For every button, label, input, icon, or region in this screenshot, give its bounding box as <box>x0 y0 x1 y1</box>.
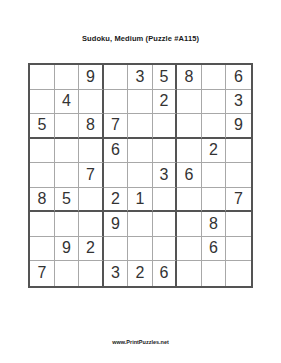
cell-r7c5-empty[interactable] <box>128 212 153 237</box>
cell-r2c1-empty[interactable] <box>30 90 55 115</box>
cell-r9c5-given: 2 <box>128 261 153 286</box>
cell-r2c9-given: 3 <box>226 90 251 115</box>
cell-r6c7-empty[interactable] <box>177 188 202 213</box>
cell-r3c7-empty[interactable] <box>177 114 202 139</box>
cell-r5c9-empty[interactable] <box>226 163 251 188</box>
cell-r4c5-empty[interactable] <box>128 139 153 164</box>
cell-r2c6-given: 2 <box>153 90 178 115</box>
cell-r2c4-empty[interactable] <box>104 90 129 115</box>
cell-r3c9-given: 9 <box>226 114 251 139</box>
cell-r3c5-empty[interactable] <box>128 114 153 139</box>
cell-r9c7-empty[interactable] <box>177 261 202 286</box>
cell-r8c4-empty[interactable] <box>104 237 129 262</box>
cell-r8c3-given: 2 <box>79 237 104 262</box>
cell-r1c3-given: 9 <box>79 65 104 90</box>
cell-r7c1-empty[interactable] <box>30 212 55 237</box>
cell-r5c8-empty[interactable] <box>202 163 227 188</box>
cell-r8c1-empty[interactable] <box>30 237 55 262</box>
cell-r1c8-empty[interactable] <box>202 65 227 90</box>
cell-r1c5-given: 3 <box>128 65 153 90</box>
cell-r8c7-empty[interactable] <box>177 237 202 262</box>
cell-r5c2-empty[interactable] <box>55 163 80 188</box>
cell-r8c8-given: 6 <box>202 237 227 262</box>
cell-r3c6-empty[interactable] <box>153 114 178 139</box>
cell-r4c7-empty[interactable] <box>177 139 202 164</box>
cell-r9c9-empty[interactable] <box>226 261 251 286</box>
cell-r7c9-empty[interactable] <box>226 212 251 237</box>
cell-r6c8-empty[interactable] <box>202 188 227 213</box>
cell-r4c1-empty[interactable] <box>30 139 55 164</box>
cell-r6c4-given: 2 <box>104 188 129 213</box>
cell-r5c3-given: 7 <box>79 163 104 188</box>
cell-r5c7-given: 6 <box>177 163 202 188</box>
cell-r1c1-empty[interactable] <box>30 65 55 90</box>
cell-r7c4-given: 9 <box>104 212 129 237</box>
cell-r7c8-given: 8 <box>202 212 227 237</box>
puzzle-page: Sudoku, Medium (Puzzle #A115) 9358642358… <box>0 0 281 363</box>
cell-r6c1-given: 8 <box>30 188 55 213</box>
cell-r7c7-empty[interactable] <box>177 212 202 237</box>
footer-url: www.PrintPuzzles.net <box>0 339 281 345</box>
cell-r1c2-empty[interactable] <box>55 65 80 90</box>
cell-r9c6-given: 6 <box>153 261 178 286</box>
cell-r6c3-empty[interactable] <box>79 188 104 213</box>
cell-r7c6-empty[interactable] <box>153 212 178 237</box>
cell-r3c8-empty[interactable] <box>202 114 227 139</box>
cell-r5c1-empty[interactable] <box>30 163 55 188</box>
cell-r1c6-given: 5 <box>153 65 178 90</box>
cell-r5c6-given: 3 <box>153 163 178 188</box>
cell-r3c4-given: 7 <box>104 114 129 139</box>
cell-r8c2-given: 9 <box>55 237 80 262</box>
cell-r4c6-empty[interactable] <box>153 139 178 164</box>
cell-r2c2-given: 4 <box>55 90 80 115</box>
cell-r9c4-given: 3 <box>104 261 129 286</box>
cell-r4c9-empty[interactable] <box>226 139 251 164</box>
cell-r6c9-given: 7 <box>226 188 251 213</box>
cell-r3c3-given: 8 <box>79 114 104 139</box>
cell-r3c1-given: 5 <box>30 114 55 139</box>
cell-r9c8-empty[interactable] <box>202 261 227 286</box>
cell-r2c8-empty[interactable] <box>202 90 227 115</box>
cell-r4c4-given: 6 <box>104 139 129 164</box>
cell-r6c5-given: 1 <box>128 188 153 213</box>
cell-r9c3-empty[interactable] <box>79 261 104 286</box>
cell-r8c5-empty[interactable] <box>128 237 153 262</box>
page-title: Sudoku, Medium (Puzzle #A115) <box>0 0 281 43</box>
cell-r2c7-empty[interactable] <box>177 90 202 115</box>
cell-r4c3-empty[interactable] <box>79 139 104 164</box>
cell-r5c4-empty[interactable] <box>104 163 129 188</box>
cell-r1c7-given: 8 <box>177 65 202 90</box>
cell-r7c3-empty[interactable] <box>79 212 104 237</box>
cell-r3c2-empty[interactable] <box>55 114 80 139</box>
cell-r4c8-given: 2 <box>202 139 227 164</box>
cell-r2c3-empty[interactable] <box>79 90 104 115</box>
cell-r8c6-empty[interactable] <box>153 237 178 262</box>
cell-r7c2-empty[interactable] <box>55 212 80 237</box>
cell-r6c2-given: 5 <box>55 188 80 213</box>
cell-r2c5-empty[interactable] <box>128 90 153 115</box>
sudoku-grid: 9358642358796273685217989267326 <box>28 63 253 288</box>
cell-r9c1-given: 7 <box>30 261 55 286</box>
cell-r1c9-given: 6 <box>226 65 251 90</box>
cell-r8c9-empty[interactable] <box>226 237 251 262</box>
cell-r5c5-empty[interactable] <box>128 163 153 188</box>
cell-r9c2-empty[interactable] <box>55 261 80 286</box>
cell-r6c6-empty[interactable] <box>153 188 178 213</box>
cell-r1c4-empty[interactable] <box>104 65 129 90</box>
cell-r4c2-empty[interactable] <box>55 139 80 164</box>
